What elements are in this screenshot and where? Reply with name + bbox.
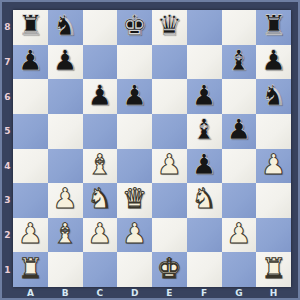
piece-white-king: ♚ xyxy=(157,255,182,283)
piece-white-pawn: ♟ xyxy=(157,151,182,179)
square-e5[interactable] xyxy=(152,114,187,149)
piece-white-pawn: ♟ xyxy=(18,220,43,248)
square-h8[interactable]: ♜ xyxy=(256,10,291,45)
square-a2[interactable]: ♟ xyxy=(13,218,48,253)
rank-label-3: 3 xyxy=(2,183,13,218)
square-a1[interactable]: ♜ xyxy=(13,252,48,287)
file-label-a: A xyxy=(13,287,48,298)
piece-black-rook: ♜ xyxy=(261,12,286,40)
square-d3[interactable]: ♛ xyxy=(117,183,152,218)
rank-labels: 87654321 xyxy=(2,10,13,287)
piece-black-pawn: ♟ xyxy=(261,47,286,75)
square-f8[interactable] xyxy=(187,10,222,45)
square-d8[interactable]: ♚ xyxy=(117,10,152,45)
square-e8[interactable]: ♛ xyxy=(152,10,187,45)
square-b6[interactable] xyxy=(48,79,83,114)
piece-black-bishop: ♝ xyxy=(226,47,251,75)
square-c7[interactable] xyxy=(83,45,118,80)
square-f2[interactable] xyxy=(187,218,222,253)
piece-black-rook: ♜ xyxy=(18,12,43,40)
square-f6[interactable]: ♟ xyxy=(187,79,222,114)
piece-black-king: ♚ xyxy=(122,12,147,40)
file-labels: ABCDEFGH xyxy=(13,287,291,298)
square-f4[interactable]: ♟ xyxy=(187,149,222,184)
piece-white-pawn: ♟ xyxy=(53,185,78,213)
file-label-d: D xyxy=(117,287,152,298)
file-label-g: G xyxy=(222,287,257,298)
square-d5[interactable] xyxy=(117,114,152,149)
square-b1[interactable] xyxy=(48,252,83,287)
chess-board-frame: 87654321 ♜♞♚♛♜♟♟♝♟♟♟♟♞♝♟♝♟♟♟♟♞♛♞♟♝♟♟♟♜♚♜… xyxy=(0,0,300,300)
piece-white-pawn: ♟ xyxy=(87,220,112,248)
square-d6[interactable]: ♟ xyxy=(117,79,152,114)
square-e4[interactable]: ♟ xyxy=(152,149,187,184)
piece-black-queen: ♛ xyxy=(157,12,182,40)
rank-label-5: 5 xyxy=(2,114,13,149)
square-f3[interactable]: ♞ xyxy=(187,183,222,218)
square-a7[interactable]: ♟ xyxy=(13,45,48,80)
piece-white-rook: ♜ xyxy=(18,255,43,283)
square-c2[interactable]: ♟ xyxy=(83,218,118,253)
square-a6[interactable] xyxy=(13,79,48,114)
square-g3[interactable] xyxy=(222,183,257,218)
file-label-h: H xyxy=(256,287,291,298)
square-h7[interactable]: ♟ xyxy=(256,45,291,80)
square-a5[interactable] xyxy=(13,114,48,149)
piece-white-pawn: ♟ xyxy=(122,220,147,248)
square-c8[interactable] xyxy=(83,10,118,45)
square-b5[interactable] xyxy=(48,114,83,149)
square-e6[interactable] xyxy=(152,79,187,114)
square-e2[interactable] xyxy=(152,218,187,253)
square-g7[interactable]: ♝ xyxy=(222,45,257,80)
file-label-b: B xyxy=(48,287,83,298)
piece-white-knight: ♞ xyxy=(87,185,112,213)
square-g4[interactable] xyxy=(222,149,257,184)
file-label-e: E xyxy=(152,287,187,298)
square-c5[interactable] xyxy=(83,114,118,149)
square-e7[interactable] xyxy=(152,45,187,80)
piece-black-pawn: ♟ xyxy=(18,47,43,75)
square-b4[interactable] xyxy=(48,149,83,184)
piece-white-queen: ♛ xyxy=(122,185,147,213)
piece-white-rook: ♜ xyxy=(261,255,286,283)
square-f5[interactable]: ♝ xyxy=(187,114,222,149)
square-g2[interactable]: ♟ xyxy=(222,218,257,253)
square-e3[interactable] xyxy=(152,183,187,218)
piece-white-bishop: ♝ xyxy=(53,220,78,248)
piece-black-knight: ♞ xyxy=(53,12,78,40)
piece-black-knight: ♞ xyxy=(261,82,286,110)
rank-label-4: 4 xyxy=(2,149,13,184)
chess-board: ♜♞♚♛♜♟♟♝♟♟♟♟♞♝♟♝♟♟♟♟♞♛♞♟♝♟♟♟♜♚♜ xyxy=(13,10,291,287)
square-a4[interactable] xyxy=(13,149,48,184)
square-f7[interactable] xyxy=(187,45,222,80)
piece-black-pawn: ♟ xyxy=(53,47,78,75)
square-g6[interactable] xyxy=(222,79,257,114)
file-label-c: C xyxy=(83,287,118,298)
square-c3[interactable]: ♞ xyxy=(83,183,118,218)
square-g1[interactable] xyxy=(222,252,257,287)
rank-label-8: 8 xyxy=(2,10,13,45)
rank-label-1: 1 xyxy=(2,252,13,287)
piece-white-pawn: ♟ xyxy=(261,151,286,179)
piece-black-pawn: ♟ xyxy=(87,82,112,110)
square-h6[interactable]: ♞ xyxy=(256,79,291,114)
square-c6[interactable]: ♟ xyxy=(83,79,118,114)
square-e1[interactable]: ♚ xyxy=(152,252,187,287)
square-h1[interactable]: ♜ xyxy=(256,252,291,287)
piece-black-pawn: ♟ xyxy=(122,82,147,110)
square-b2[interactable]: ♝ xyxy=(48,218,83,253)
piece-black-pawn: ♟ xyxy=(192,151,217,179)
square-b3[interactable]: ♟ xyxy=(48,183,83,218)
square-c1[interactable] xyxy=(83,252,118,287)
piece-white-pawn: ♟ xyxy=(226,220,251,248)
square-g5[interactable]: ♟ xyxy=(222,114,257,149)
square-b7[interactable]: ♟ xyxy=(48,45,83,80)
square-c4[interactable]: ♝ xyxy=(83,149,118,184)
square-h3[interactable] xyxy=(256,183,291,218)
rank-label-7: 7 xyxy=(2,45,13,80)
square-h4[interactable]: ♟ xyxy=(256,149,291,184)
square-h2[interactable] xyxy=(256,218,291,253)
square-f1[interactable] xyxy=(187,252,222,287)
square-b8[interactable]: ♞ xyxy=(48,10,83,45)
rank-label-6: 6 xyxy=(2,79,13,114)
square-d2[interactable]: ♟ xyxy=(117,218,152,253)
piece-white-knight: ♞ xyxy=(192,185,217,213)
file-label-f: F xyxy=(187,287,222,298)
square-a3[interactable] xyxy=(13,183,48,218)
square-a8[interactable]: ♜ xyxy=(13,10,48,45)
piece-black-pawn: ♟ xyxy=(226,116,251,144)
piece-black-pawn: ♟ xyxy=(192,82,217,110)
piece-white-bishop: ♝ xyxy=(87,151,112,179)
square-g8[interactable] xyxy=(222,10,257,45)
square-d4[interactable] xyxy=(117,149,152,184)
square-d7[interactable] xyxy=(117,45,152,80)
square-d1[interactable] xyxy=(117,252,152,287)
piece-black-bishop: ♝ xyxy=(192,116,217,144)
rank-label-2: 2 xyxy=(2,218,13,253)
square-h5[interactable] xyxy=(256,114,291,149)
